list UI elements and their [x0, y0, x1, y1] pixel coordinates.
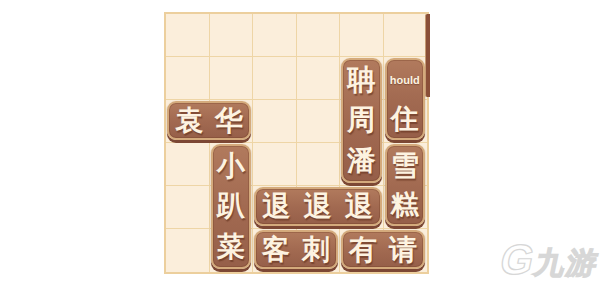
tile-char: 菜	[213, 227, 250, 267]
tile-char: 雪	[387, 146, 424, 185]
tile-char: 退	[297, 189, 338, 224]
jiuyou-watermark: G 九游	[497, 238, 602, 282]
tile-xiao-pa-cai[interactable]: 小趴菜	[211, 144, 252, 269]
tile-char: 华	[209, 103, 249, 138]
tile-xue-gao[interactable]: 雪糕	[385, 144, 426, 226]
tile-char: 潘	[343, 141, 380, 181]
tile-you-qing[interactable]: 有请	[341, 230, 425, 269]
tile-char: 请	[383, 232, 423, 267]
tile-tui-tui-tui[interactable]: 退退退	[254, 187, 382, 226]
tile-char: 退	[256, 189, 297, 224]
tile-dan-zhou-pan[interactable]: 聃周潘	[341, 58, 382, 183]
tile-char: 住	[387, 99, 424, 138]
cutoff-tile-sliver	[425, 14, 430, 97]
tile-char: 袁	[169, 103, 209, 138]
tile-ke-ci[interactable]: 客刺	[254, 230, 338, 269]
tile-layer: 袁华聃周潘hould住小趴菜雪糕退退退客刺有请	[166, 14, 427, 272]
jiuyou-logo-icon: G	[497, 238, 539, 282]
tile-char: 趴	[213, 186, 250, 226]
tile-char: 周	[343, 100, 380, 140]
tile-char: 有	[343, 232, 383, 267]
tile-char: 客	[256, 232, 296, 267]
jiuyou-watermark-text: 九游	[531, 244, 602, 282]
tile-char: hould	[387, 60, 424, 99]
puzzle-board: 袁华聃周潘hould住小趴菜雪糕退退退客刺有请	[164, 12, 429, 274]
tile-char: 糕	[387, 185, 424, 224]
tile-char: 小	[213, 146, 250, 186]
tile-char: 退	[338, 189, 379, 224]
game-screen: 袁华聃周潘hould住小趴菜雪糕退退退客刺有请 G 九游	[0, 0, 602, 282]
tile-hould-zhu[interactable]: hould住	[385, 58, 426, 140]
tile-char: 刺	[296, 232, 336, 267]
tile-yuan-hua[interactable]: 袁华	[167, 101, 251, 140]
tile-char: 聃	[343, 60, 380, 100]
